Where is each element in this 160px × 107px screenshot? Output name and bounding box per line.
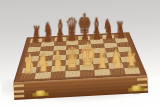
square-f5 [92,48,106,53]
brass-clasp-left [35,90,45,96]
piece-black-bishop: ♝ [55,18,66,40]
piece-black-pawn: ♟ [105,25,113,41]
square-d6 [66,45,79,50]
square-h7: ♟ [115,38,129,43]
dovetail-joint-left [14,84,25,98]
square-c8: ♝ [54,37,66,42]
piece-black-queen: ♛ [66,14,79,39]
square-g8: ♞ [102,34,115,39]
square-f8: ♝ [90,35,103,40]
piece-black-knight: ♞ [43,21,53,41]
square-d3 [65,59,79,65]
piece-black-knight: ♞ [103,18,113,38]
square-a7: ♟ [29,42,42,47]
square-h8: ♜ [113,34,126,39]
square-f7: ♟ [90,39,103,44]
square-d7: ♟ [66,40,78,45]
piece-black-pawn: ♟ [56,28,64,44]
piece-black-pawn: ♟ [31,29,39,45]
square-g5 [104,47,118,52]
square-b1: ♞ [35,72,51,79]
square-e1: ♚ [80,70,95,77]
square-b7: ♟ [41,42,54,47]
piece-black-rook: ♜ [116,20,125,37]
square-c1: ♝ [50,71,65,78]
piece-black-pawn: ♟ [117,25,125,41]
square-g7: ♟ [103,38,116,43]
board-frame: ♜♞♝♛♚♝♞♜♟♟♟♟♟♟♟♟♟♟♟♟♟♟♟♟♜♞♝♛♚♝♞♜ [13,32,147,82]
square-a8: ♜ [30,38,43,43]
square-a5 [26,51,40,57]
board-scene: ♜♞♝♛♚♝♞♜♟♟♟♟♟♟♟♟♟♟♟♟♟♟♟♟♜♞♝♛♚♝♞♜ [21,0,137,107]
square-b5 [39,51,53,57]
piece-black-pawn: ♟ [68,27,76,43]
square-e8: ♚ [78,36,90,41]
square-h5 [117,46,132,51]
square-a6 [27,47,41,52]
square-b8: ♞ [42,38,55,43]
chess-board-grid: ♜♞♝♛♚♝♞♜♟♟♟♟♟♟♟♟♟♟♟♟♟♟♟♟♜♞♝♛♚♝♞♜ [20,34,141,80]
square-e6 [79,44,92,49]
square-f6 [91,43,104,48]
square-a4 [25,56,40,62]
piece-black-rook: ♜ [32,24,41,41]
square-h6 [116,42,130,47]
square-c6 [53,45,66,50]
piece-black-bishop: ♝ [91,16,102,38]
square-c5 [53,50,66,56]
square-g6 [103,43,117,48]
square-f1: ♝ [94,69,110,76]
brass-clasp-right [132,85,142,91]
piece-black-pawn: ♟ [93,26,101,42]
chess-set-photo: ♜♞♝♛♚♝♞♜♟♟♟♟♟♟♟♟♟♟♟♟♟♟♟♟♜♞♝♛♚♝♞♜ [0,0,160,107]
square-b6 [40,46,53,51]
piece-black-king: ♚ [77,11,91,39]
piece-black-pawn: ♟ [80,27,88,43]
square-d8: ♛ [66,36,78,41]
square-e7: ♟ [78,40,91,45]
square-h1: ♜ [124,67,141,74]
square-g1: ♞ [109,68,125,75]
square-c7: ♟ [54,41,67,46]
piece-black-pawn: ♟ [43,28,51,44]
square-d5 [66,49,79,55]
square-e5 [79,49,92,54]
square-d1: ♛ [65,70,80,77]
folding-chess-board-box: ♜♞♝♛♚♝♞♜♟♟♟♟♟♟♟♟♟♟♟♟♟♟♟♟♜♞♝♛♚♝♞♜ [13,32,147,82]
square-a1: ♜ [20,73,36,80]
